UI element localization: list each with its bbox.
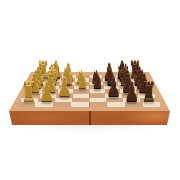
piece-bronze-pawn: ♟ [123,79,140,105]
piece-gold-rook: ♜ [21,79,38,105]
piece-bronze-knight: ♞ [89,68,104,92]
piece-bronze-rook: ♜ [141,79,158,105]
chess-pieces-layer: ♜♟♟♜♝♛♟♟♛♝♟♚♞♞♚♟♟♝♞♞♝♟♟♟♟♟♟♟♜♟♟♜ [0,0,180,180]
piece-gold-knight: ♞ [74,68,89,92]
piece-bronze-pawn: ♟ [105,75,121,100]
chess-set-product-photo: ♜♟♟♜♝♛♟♟♛♝♟♚♞♞♚♟♟♝♞♞♝♟♟♟♟♟♟♟♜♟♟♜ [0,0,180,180]
piece-gold-pawn: ♟ [38,79,55,105]
piece-gold-pawn: ♟ [56,75,72,100]
